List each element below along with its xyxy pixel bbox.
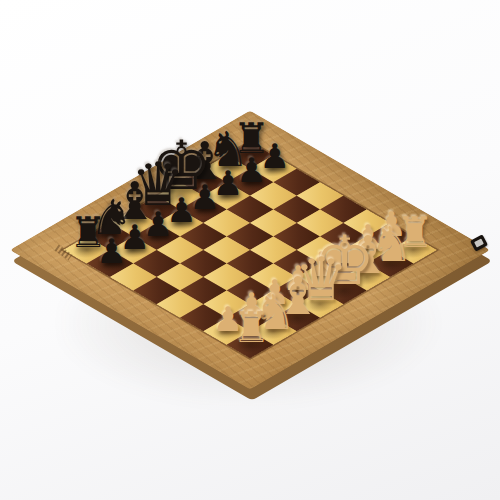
square-a1[interactable]: ♜ xyxy=(227,331,274,358)
chess-board: ♜♞♝♛♚♝♞♜♟♟♟♟♟♟♟♟♟♟♟♟♟♟♟♟♜♞♝♛♚♝♞♜ xyxy=(80,80,420,420)
board-top: ♜♞♝♛♚♝♞♜♟♟♟♟♟♟♟♟♟♟♟♟♟♟♟♟♜♞♝♛♚♝♞♜ xyxy=(10,111,491,390)
photo-background: ♜♞♝♛♚♝♞♜♟♟♟♟♟♟♟♟♟♟♟♟♟♟♟♟♜♞♝♛♚♝♞♜ xyxy=(0,0,500,500)
white-rook-a1[interactable]: ♜ xyxy=(211,307,291,349)
